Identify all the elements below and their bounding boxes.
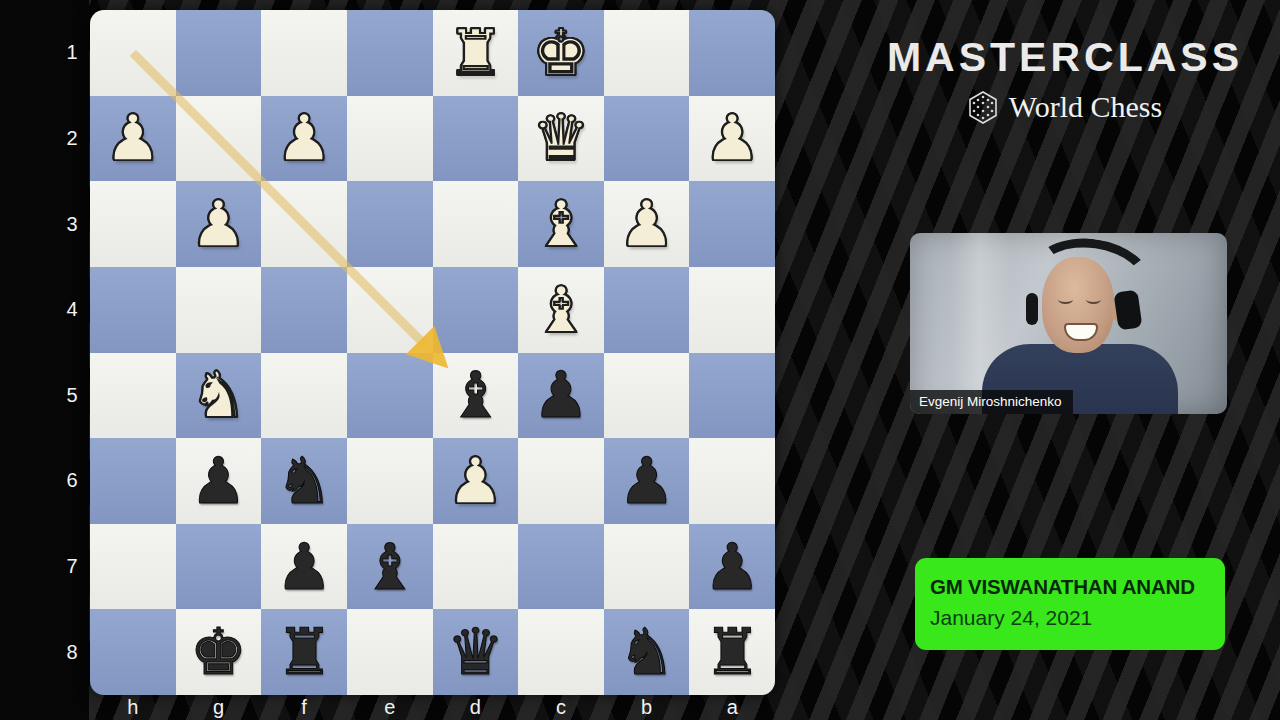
piece-black-rook-f8: ♜: [275, 620, 332, 684]
rank-label-3: 3: [58, 181, 86, 267]
square-h5: [90, 353, 176, 439]
square-h1: [90, 10, 176, 96]
square-c3: ♝: [518, 181, 604, 267]
player-name: GM VISWANATHAN ANAND: [930, 575, 1225, 599]
square-c5: ♟: [518, 353, 604, 439]
piece-white-king-c1: ♚: [532, 21, 589, 85]
file-label-h: h: [90, 694, 176, 720]
square-c7: [518, 524, 604, 610]
world-chess-sphere-icon: [968, 91, 998, 124]
session-date: January 24, 2021: [930, 606, 1225, 630]
piece-white-pawn-f2: ♟: [275, 106, 332, 170]
square-h3: [90, 181, 176, 267]
square-h4: [90, 267, 176, 353]
rank-labels: 12345678: [58, 10, 86, 695]
square-a5: [689, 353, 775, 439]
piece-black-pawn-g6: ♟: [190, 449, 247, 513]
square-f8: ♜: [261, 609, 347, 695]
file-label-a: a: [689, 694, 775, 720]
rank-label-8: 8: [58, 609, 86, 695]
file-label-g: g: [176, 694, 262, 720]
player-banner: GM VISWANATHAN ANAND January 24, 2021: [915, 558, 1225, 650]
square-a7: ♟: [689, 524, 775, 610]
square-g1: [176, 10, 262, 96]
square-b7: [604, 524, 690, 610]
square-g7: [176, 524, 262, 610]
square-b8: ♞: [604, 609, 690, 695]
square-e5: [347, 353, 433, 439]
piece-white-pawn-h2: ♟: [104, 106, 161, 170]
square-h8: [90, 609, 176, 695]
square-g6: ♟: [176, 438, 262, 524]
commentator-video: Evgenij Miroshnichenko: [910, 233, 1227, 414]
piece-black-pawn-b6: ♟: [618, 449, 675, 513]
square-g8: ♚: [176, 609, 262, 695]
square-a1: [689, 10, 775, 96]
piece-black-king-g8: ♚: [190, 620, 247, 684]
logo-subtitle: World Chess: [1009, 90, 1162, 124]
square-e3: [347, 181, 433, 267]
piece-white-queen-c2: ♛: [532, 106, 589, 170]
rank-label-7: 7: [58, 524, 86, 610]
square-b1: [604, 10, 690, 96]
square-d6: ♟: [433, 438, 519, 524]
piece-black-rook-a8: ♜: [704, 620, 761, 684]
piece-black-pawn-f7: ♟: [275, 535, 332, 599]
square-f5: [261, 353, 347, 439]
square-g3: ♟: [176, 181, 262, 267]
square-e6: [347, 438, 433, 524]
piece-white-pawn-g3: ♟: [190, 192, 247, 256]
piece-white-pawn-a2: ♟: [704, 106, 761, 170]
square-e1: [347, 10, 433, 96]
file-label-b: b: [604, 694, 690, 720]
rank-label-1: 1: [58, 10, 86, 96]
headphones-right-cup-icon: [1113, 290, 1142, 331]
file-label-e: e: [347, 694, 433, 720]
square-b3: ♟: [604, 181, 690, 267]
piece-white-bishop-c4: ♝: [532, 278, 589, 342]
square-b2: [604, 96, 690, 182]
square-f3: [261, 181, 347, 267]
logo-title: MASTERCLASS: [845, 34, 1280, 81]
rank-label-5: 5: [58, 353, 86, 439]
square-g5: ♞: [176, 353, 262, 439]
rank-label-2: 2: [58, 96, 86, 182]
square-g2: [176, 96, 262, 182]
square-e2: [347, 96, 433, 182]
square-d7: [433, 524, 519, 610]
square-c8: [518, 609, 604, 695]
piece-black-knight-b8: ♞: [618, 620, 675, 684]
square-b5: [604, 353, 690, 439]
file-label-f: f: [261, 694, 347, 720]
file-labels: hgfedcba: [90, 694, 775, 720]
square-f2: ♟: [261, 96, 347, 182]
square-h2: ♟: [90, 96, 176, 182]
square-f6: ♞: [261, 438, 347, 524]
square-f7: ♟: [261, 524, 347, 610]
square-d3: [433, 181, 519, 267]
square-a8: ♜: [689, 609, 775, 695]
square-a4: [689, 267, 775, 353]
commentator-name-label: Evgenij Miroshnichenko: [910, 390, 1073, 414]
masterclass-logo: MASTERCLASS World Chess: [845, 34, 1280, 124]
square-h7: [90, 524, 176, 610]
square-d4: [433, 267, 519, 353]
square-a3: [689, 181, 775, 267]
square-c6: [518, 438, 604, 524]
square-d2: [433, 96, 519, 182]
piece-black-pawn-c5: ♟: [532, 363, 589, 427]
square-d5: ♝: [433, 353, 519, 439]
square-e7: ♝: [347, 524, 433, 610]
rank-label-6: 6: [58, 438, 86, 524]
piece-black-bishop-e7: ♝: [361, 535, 418, 599]
square-h6: [90, 438, 176, 524]
piece-white-knight-g5: ♞: [190, 363, 247, 427]
file-label-c: c: [518, 694, 604, 720]
file-label-d: d: [433, 694, 519, 720]
square-d1: ♜: [433, 10, 519, 96]
piece-black-knight-f6: ♞: [275, 449, 332, 513]
piece-black-pawn-a7: ♟: [704, 535, 761, 599]
square-c1: ♚: [518, 10, 604, 96]
rank-label-4: 4: [58, 267, 86, 353]
square-f4: [261, 267, 347, 353]
square-c4: ♝: [518, 267, 604, 353]
chess-board: ♜♚♟♟♛♟♟♝♟♝♞♝♟♟♞♟♟♟♝♟♚♜♛♞♜: [90, 10, 775, 695]
square-e4: [347, 267, 433, 353]
square-f1: [261, 10, 347, 96]
square-c2: ♛: [518, 96, 604, 182]
square-a2: ♟: [689, 96, 775, 182]
square-g4: [176, 267, 262, 353]
piece-white-rook-d1: ♜: [447, 21, 504, 85]
piece-black-queen-d8: ♛: [447, 620, 504, 684]
square-e8: [347, 609, 433, 695]
piece-white-bishop-c3: ♝: [532, 192, 589, 256]
piece-white-pawn-d6: ♟: [447, 449, 504, 513]
square-b6: ♟: [604, 438, 690, 524]
piece-black-bishop-d5: ♝: [447, 363, 504, 427]
square-d8: ♛: [433, 609, 519, 695]
headphones-left-cup-icon: [1026, 293, 1038, 325]
square-a6: [689, 438, 775, 524]
piece-white-pawn-b3: ♟: [618, 192, 675, 256]
square-b4: [604, 267, 690, 353]
